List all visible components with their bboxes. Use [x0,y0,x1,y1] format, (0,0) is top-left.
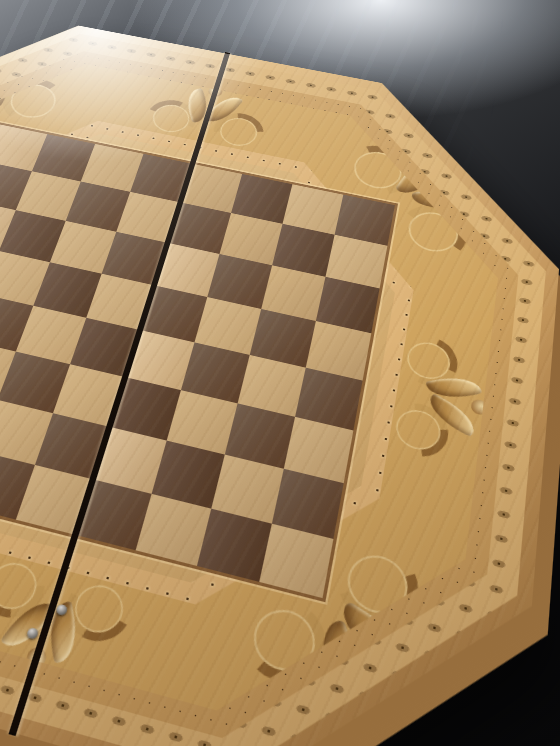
acanthus-leaf-icon [425,372,482,403]
chess-board [0,0,560,746]
table-surface [0,0,560,746]
acanthus-leaf-icon [423,393,481,437]
